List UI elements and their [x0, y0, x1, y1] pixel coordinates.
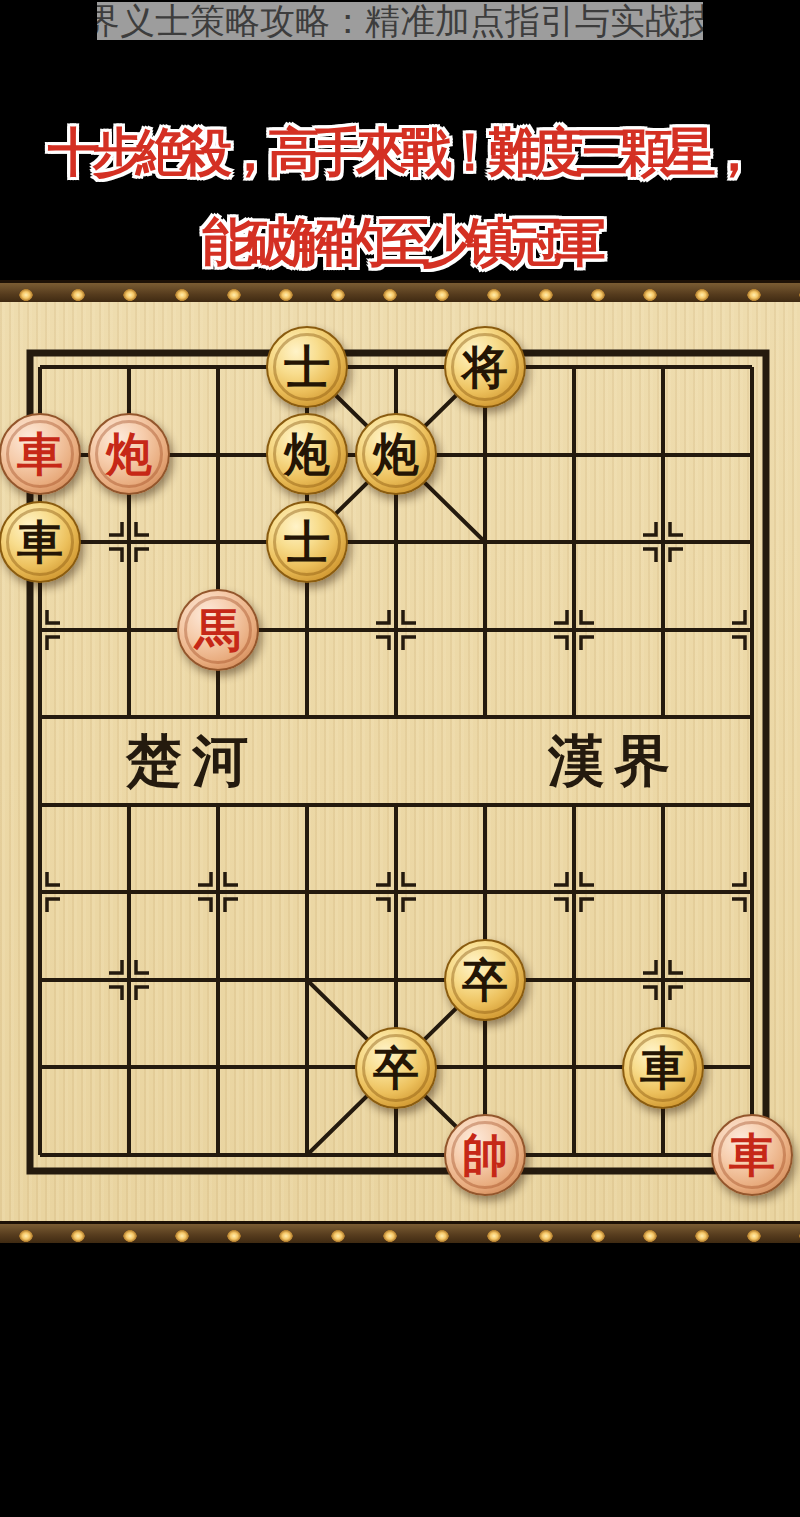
stud-border-top [0, 280, 800, 302]
piece-black-士[interactable]: 士 [266, 501, 348, 583]
piece-black-卒[interactable]: 卒 [444, 939, 526, 1021]
title-bar: 楚河汉界义士策略攻略：精准加点指引与实战技巧探索 [97, 2, 703, 40]
piece-character: 士 [284, 519, 330, 565]
banner-line-2: 能破解的至少镇冠軍 [0, 208, 800, 278]
board-grid: 士将車炮炮炮車士馬卒卒車帥車 [0, 323, 797, 1199]
piece-red-馬[interactable]: 馬 [177, 589, 259, 671]
piece-character: 卒 [373, 1045, 419, 1091]
piece-character: 帥 [462, 1132, 508, 1178]
piece-character: 士 [284, 344, 330, 390]
piece-black-士[interactable]: 士 [266, 326, 348, 408]
page-title: 楚河汉界义士策略攻略：精准加点指引与实战技巧探索 [97, 2, 703, 40]
piece-character: 車 [17, 519, 63, 565]
piece-black-炮[interactable]: 炮 [266, 413, 348, 495]
piece-black-炮[interactable]: 炮 [355, 413, 437, 495]
piece-character: 炮 [373, 431, 419, 477]
piece-red-帥[interactable]: 帥 [444, 1114, 526, 1196]
piece-red-車[interactable]: 車 [711, 1114, 793, 1196]
stud-border-bottom [0, 1221, 800, 1243]
piece-character: 炮 [284, 431, 330, 477]
piece-character: 炮 [106, 431, 152, 477]
page: 楚河汉界义士策略攻略：精准加点指引与实战技巧探索 十步絶殺，高手來戰！難度三顆星… [0, 0, 800, 1517]
piece-character: 卒 [462, 957, 508, 1003]
banner-line-1: 十步絶殺，高手來戰！難度三顆星， [0, 118, 800, 188]
piece-character: 馬 [195, 607, 241, 653]
piece-black-車[interactable]: 車 [622, 1027, 704, 1109]
piece-black-卒[interactable]: 卒 [355, 1027, 437, 1109]
piece-red-炮[interactable]: 炮 [88, 413, 170, 495]
piece-red-車[interactable]: 車 [0, 413, 81, 495]
piece-character: 車 [17, 431, 63, 477]
piece-character: 将 [462, 344, 508, 390]
piece-character: 車 [729, 1132, 775, 1178]
piece-character: 車 [640, 1045, 686, 1091]
piece-black-車[interactable]: 車 [0, 501, 81, 583]
piece-black-将[interactable]: 将 [444, 326, 526, 408]
